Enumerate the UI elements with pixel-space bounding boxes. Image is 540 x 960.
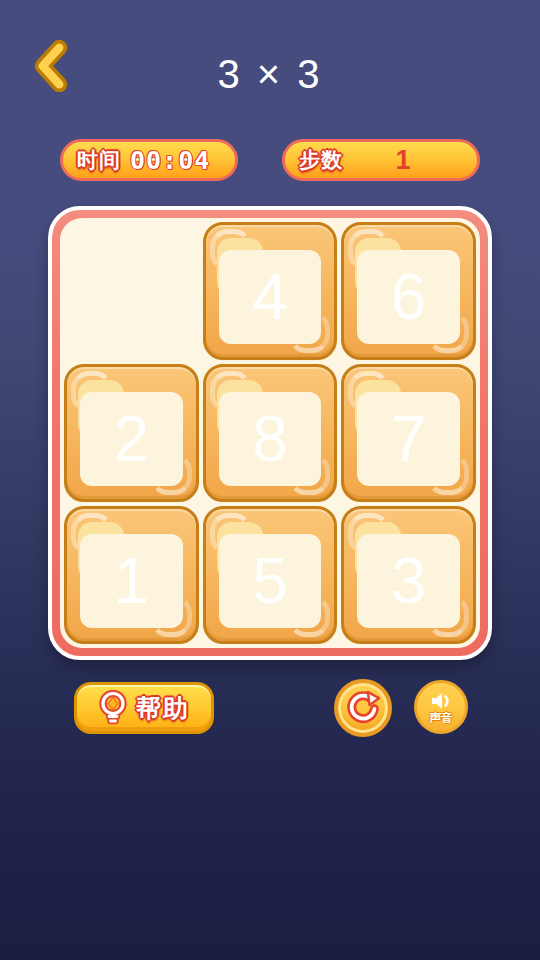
help-label: 帮助 [136,692,190,725]
tile-number: 4 [252,265,288,329]
time-badge: 时间 00:04 [60,139,238,181]
tile-face: 3 [357,534,460,628]
tile-number: 6 [391,265,427,329]
page-title: 3 × 3 [0,52,540,97]
tile-face: 2 [80,392,183,486]
tile-face: 1 [80,534,183,628]
time-value: 00:04 [130,146,210,175]
sound-label: 声音 [429,712,453,724]
tile-face: 4 [219,250,322,344]
tile-face: 6 [357,250,460,344]
tile-number: 2 [114,407,150,471]
steps-value: 1 [343,145,463,176]
puzzle-grid: 4 6 2 8 [60,218,480,648]
speaker-icon [429,691,453,711]
tile-8[interactable]: 8 [203,364,338,502]
game-screen: 3 × 3 时间 00:04 步数 1 4 6 [0,0,540,960]
time-label: 时间 [77,146,121,174]
restart-button[interactable] [334,679,392,737]
tile-face: 5 [219,534,322,628]
tile-5[interactable]: 5 [203,506,338,644]
tile-face: 8 [219,392,322,486]
tile-6[interactable]: 6 [341,222,476,360]
tile-number: 8 [252,407,288,471]
tile-number: 7 [391,407,427,471]
tile-number: 3 [391,549,427,613]
sound-button[interactable]: 声音 [414,680,468,734]
stats-row: 时间 00:04 步数 1 [0,139,540,181]
tile-2[interactable]: 2 [64,364,199,502]
tile-number: 1 [114,549,150,613]
empty-cell [64,222,199,360]
tile-number: 5 [252,549,288,613]
refresh-icon [345,690,381,726]
tile-3[interactable]: 3 [341,506,476,644]
puzzle-board: 4 6 2 8 [48,206,492,660]
tile-1[interactable]: 1 [64,506,199,644]
tile-face: 7 [357,392,460,486]
steps-badge: 步数 1 [282,139,480,181]
tile-4[interactable]: 4 [203,222,338,360]
tile-7[interactable]: 7 [341,364,476,502]
help-button[interactable]: 帮助 [74,682,214,734]
steps-label: 步数 [299,146,343,174]
lightbulb-icon [98,690,128,726]
